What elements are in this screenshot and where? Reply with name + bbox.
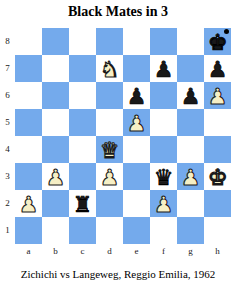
file-label-c: c xyxy=(69,245,96,258)
black-pawn[interactable]: ♟ xyxy=(208,56,228,83)
square-b4[interactable] xyxy=(42,136,69,163)
rank-label-1: 1 xyxy=(0,217,15,244)
square-g5[interactable] xyxy=(177,109,204,136)
black-to-move-indicator xyxy=(224,29,229,34)
square-e6[interactable]: ♟ xyxy=(123,82,150,109)
rank-label-8: 8 xyxy=(0,28,15,55)
rank-label-2: 2 xyxy=(0,190,15,217)
white-pawn[interactable]: ♟ xyxy=(127,110,147,137)
square-a4[interactable] xyxy=(15,136,42,163)
square-b1[interactable] xyxy=(42,217,69,244)
square-f7[interactable]: ♟ xyxy=(150,55,177,82)
square-c7[interactable] xyxy=(69,55,96,82)
square-d2[interactable] xyxy=(96,190,123,217)
square-h3[interactable]: ♚ xyxy=(204,163,231,190)
square-f8[interactable] xyxy=(150,28,177,55)
black-pawn[interactable]: ♟ xyxy=(181,83,201,110)
square-h5[interactable] xyxy=(204,109,231,136)
square-a6[interactable] xyxy=(15,82,42,109)
square-c1[interactable] xyxy=(69,217,96,244)
square-a3[interactable] xyxy=(15,163,42,190)
white-pawn[interactable]: ♟ xyxy=(154,191,174,218)
square-g3[interactable]: ♟ xyxy=(177,163,204,190)
rank-label-7: 7 xyxy=(0,55,15,82)
square-g6[interactable]: ♟ xyxy=(177,82,204,109)
square-b2[interactable] xyxy=(42,190,69,217)
square-g7[interactable] xyxy=(177,55,204,82)
file-label-e: e xyxy=(123,245,150,258)
file-labels: abcdefgh xyxy=(15,245,231,258)
square-c3[interactable] xyxy=(69,163,96,190)
square-h7[interactable]: ♟ xyxy=(204,55,231,82)
square-e2[interactable] xyxy=(123,190,150,217)
square-a2[interactable]: ♟ xyxy=(15,190,42,217)
white-pawn[interactable]: ♟ xyxy=(208,83,228,110)
file-label-d: d xyxy=(96,245,123,258)
white-knight[interactable]: ♞ xyxy=(100,56,120,83)
square-a7[interactable] xyxy=(15,55,42,82)
chess-board[interactable]: ♚♞♟♟♟♟♟♟♛♟♟♛♟♚♟♜♟ xyxy=(15,28,231,244)
square-b6[interactable] xyxy=(42,82,69,109)
board-area: 87654321 ♚♞♟♟♟♟♟♟♛♟♟♛♟♚♟♜♟ abcdefgh xyxy=(0,28,236,258)
rank-label-5: 5 xyxy=(0,109,15,136)
square-d8[interactable] xyxy=(96,28,123,55)
white-queen[interactable]: ♛ xyxy=(100,137,120,164)
square-f6[interactable] xyxy=(150,82,177,109)
square-d4[interactable]: ♛ xyxy=(96,136,123,163)
square-a1[interactable] xyxy=(15,217,42,244)
square-c2[interactable]: ♜ xyxy=(69,190,96,217)
chess-puzzle-page: Black Mates in 3 87654321 ♚♞♟♟♟♟♟♟♛♟♟♛♟♚… xyxy=(0,0,236,284)
square-b8[interactable] xyxy=(42,28,69,55)
square-d1[interactable] xyxy=(96,217,123,244)
square-d6[interactable] xyxy=(96,82,123,109)
file-label-a: a xyxy=(15,245,42,258)
square-g8[interactable] xyxy=(177,28,204,55)
file-label-g: g xyxy=(177,245,204,258)
square-g2[interactable] xyxy=(177,190,204,217)
square-d7[interactable]: ♞ xyxy=(96,55,123,82)
square-e7[interactable] xyxy=(123,55,150,82)
square-e3[interactable] xyxy=(123,163,150,190)
square-g1[interactable] xyxy=(177,217,204,244)
black-pawn[interactable]: ♟ xyxy=(154,56,174,83)
square-c4[interactable] xyxy=(69,136,96,163)
black-queen[interactable]: ♛ xyxy=(154,164,174,191)
square-a8[interactable] xyxy=(15,28,42,55)
rank-labels: 87654321 xyxy=(0,28,15,244)
square-c6[interactable] xyxy=(69,82,96,109)
square-b5[interactable] xyxy=(42,109,69,136)
square-h2[interactable] xyxy=(204,190,231,217)
square-c8[interactable] xyxy=(69,28,96,55)
square-h1[interactable] xyxy=(204,217,231,244)
square-h4[interactable] xyxy=(204,136,231,163)
square-f1[interactable] xyxy=(150,217,177,244)
rank-label-4: 4 xyxy=(0,136,15,163)
square-e4[interactable] xyxy=(123,136,150,163)
square-d5[interactable] xyxy=(96,109,123,136)
black-pawn[interactable]: ♟ xyxy=(127,83,147,110)
white-pawn[interactable]: ♟ xyxy=(19,191,39,218)
square-e5[interactable]: ♟ xyxy=(123,109,150,136)
square-h6[interactable]: ♟ xyxy=(204,82,231,109)
square-d3[interactable]: ♟ xyxy=(96,163,123,190)
white-pawn[interactable]: ♟ xyxy=(181,164,201,191)
game-caption: Zichichi vs Langeweg, Reggio Emilia, 196… xyxy=(0,268,236,280)
file-label-b: b xyxy=(42,245,69,258)
file-label-f: f xyxy=(150,245,177,258)
square-f2[interactable]: ♟ xyxy=(150,190,177,217)
square-f4[interactable] xyxy=(150,136,177,163)
square-f5[interactable] xyxy=(150,109,177,136)
rank-label-3: 3 xyxy=(0,163,15,190)
square-a5[interactable] xyxy=(15,109,42,136)
white-pawn[interactable]: ♟ xyxy=(100,164,120,191)
square-f3[interactable]: ♛ xyxy=(150,163,177,190)
page-title: Black Mates in 3 xyxy=(0,4,236,20)
white-king[interactable]: ♚ xyxy=(208,164,228,191)
rank-label-6: 6 xyxy=(0,82,15,109)
square-e8[interactable] xyxy=(123,28,150,55)
square-c5[interactable] xyxy=(69,109,96,136)
square-b3[interactable]: ♟ xyxy=(42,163,69,190)
square-g4[interactable] xyxy=(177,136,204,163)
file-label-h: h xyxy=(204,245,231,258)
white-pawn[interactable]: ♟ xyxy=(46,164,66,191)
square-b7[interactable] xyxy=(42,55,69,82)
black-rook[interactable]: ♜ xyxy=(73,191,93,218)
square-e1[interactable] xyxy=(123,217,150,244)
